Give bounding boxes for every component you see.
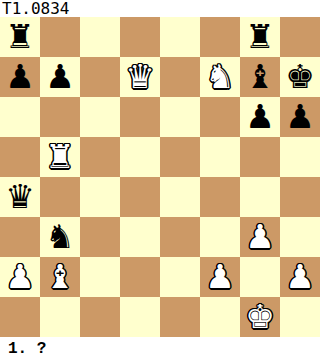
square-e4[interactable] bbox=[160, 177, 200, 217]
piece-white-pawn[interactable]: ♟ bbox=[285, 257, 315, 297]
square-e1[interactable] bbox=[160, 297, 200, 337]
square-b8[interactable] bbox=[40, 17, 80, 57]
chess-board: ♜♜♟♟♛♞♝♚♟♟♜♛♞♟♟♝♟♟♚ bbox=[0, 17, 320, 337]
piece-black-queen[interactable]: ♛ bbox=[5, 177, 35, 217]
piece-black-pawn[interactable]: ♟ bbox=[5, 57, 35, 97]
piece-black-pawn[interactable]: ♟ bbox=[245, 97, 275, 137]
piece-black-pawn[interactable]: ♟ bbox=[285, 97, 315, 137]
square-a6[interactable] bbox=[0, 97, 40, 137]
piece-black-bishop[interactable]: ♝ bbox=[245, 57, 275, 97]
puzzle-id-title: T1.0834 bbox=[0, 0, 320, 17]
square-g5[interactable] bbox=[240, 137, 280, 177]
piece-black-rook[interactable]: ♜ bbox=[245, 17, 275, 57]
square-a7[interactable]: ♟ bbox=[0, 57, 40, 97]
square-h1[interactable] bbox=[280, 297, 320, 337]
square-d8[interactable] bbox=[120, 17, 160, 57]
square-c2[interactable] bbox=[80, 257, 120, 297]
piece-white-queen[interactable]: ♛ bbox=[125, 57, 155, 97]
piece-black-pawn[interactable]: ♟ bbox=[45, 57, 75, 97]
piece-black-rook[interactable]: ♜ bbox=[5, 17, 35, 57]
square-c1[interactable] bbox=[80, 297, 120, 337]
square-g7[interactable]: ♝ bbox=[240, 57, 280, 97]
piece-white-pawn[interactable]: ♟ bbox=[205, 257, 235, 297]
square-d5[interactable] bbox=[120, 137, 160, 177]
piece-white-knight[interactable]: ♞ bbox=[205, 57, 235, 97]
square-h5[interactable] bbox=[280, 137, 320, 177]
piece-white-king[interactable]: ♚ bbox=[245, 297, 275, 337]
square-g2[interactable] bbox=[240, 257, 280, 297]
square-g1[interactable]: ♚ bbox=[240, 297, 280, 337]
piece-black-knight[interactable]: ♞ bbox=[45, 217, 75, 257]
square-b1[interactable] bbox=[40, 297, 80, 337]
square-b5[interactable]: ♜ bbox=[40, 137, 80, 177]
square-f1[interactable] bbox=[200, 297, 240, 337]
piece-white-rook[interactable]: ♜ bbox=[45, 137, 75, 177]
square-f7[interactable]: ♞ bbox=[200, 57, 240, 97]
square-a1[interactable] bbox=[0, 297, 40, 337]
square-h2[interactable]: ♟ bbox=[280, 257, 320, 297]
square-e3[interactable] bbox=[160, 217, 200, 257]
square-h4[interactable] bbox=[280, 177, 320, 217]
square-b7[interactable]: ♟ bbox=[40, 57, 80, 97]
square-g6[interactable]: ♟ bbox=[240, 97, 280, 137]
square-g4[interactable] bbox=[240, 177, 280, 217]
square-a4[interactable]: ♛ bbox=[0, 177, 40, 217]
square-d3[interactable] bbox=[120, 217, 160, 257]
square-b3[interactable]: ♞ bbox=[40, 217, 80, 257]
square-a8[interactable]: ♜ bbox=[0, 17, 40, 57]
square-b4[interactable] bbox=[40, 177, 80, 217]
square-f6[interactable] bbox=[200, 97, 240, 137]
square-e7[interactable] bbox=[160, 57, 200, 97]
square-g3[interactable]: ♟ bbox=[240, 217, 280, 257]
piece-white-bishop[interactable]: ♝ bbox=[45, 257, 75, 297]
square-d2[interactable] bbox=[120, 257, 160, 297]
square-a5[interactable] bbox=[0, 137, 40, 177]
square-c8[interactable] bbox=[80, 17, 120, 57]
square-e5[interactable] bbox=[160, 137, 200, 177]
square-c5[interactable] bbox=[80, 137, 120, 177]
square-e8[interactable] bbox=[160, 17, 200, 57]
square-d4[interactable] bbox=[120, 177, 160, 217]
piece-white-pawn[interactable]: ♟ bbox=[245, 217, 275, 257]
square-e2[interactable] bbox=[160, 257, 200, 297]
square-a3[interactable] bbox=[0, 217, 40, 257]
move-number-prompt: 1. ? bbox=[0, 337, 320, 360]
square-d6[interactable] bbox=[120, 97, 160, 137]
piece-black-king[interactable]: ♚ bbox=[285, 57, 315, 97]
square-c3[interactable] bbox=[80, 217, 120, 257]
square-h6[interactable]: ♟ bbox=[280, 97, 320, 137]
piece-white-pawn[interactable]: ♟ bbox=[5, 257, 35, 297]
square-f8[interactable] bbox=[200, 17, 240, 57]
square-d1[interactable] bbox=[120, 297, 160, 337]
square-e6[interactable] bbox=[160, 97, 200, 137]
square-f4[interactable] bbox=[200, 177, 240, 217]
square-c7[interactable] bbox=[80, 57, 120, 97]
square-h3[interactable] bbox=[280, 217, 320, 257]
square-b2[interactable]: ♝ bbox=[40, 257, 80, 297]
square-f3[interactable] bbox=[200, 217, 240, 257]
square-g8[interactable]: ♜ bbox=[240, 17, 280, 57]
square-b6[interactable] bbox=[40, 97, 80, 137]
square-d7[interactable]: ♛ bbox=[120, 57, 160, 97]
square-c4[interactable] bbox=[80, 177, 120, 217]
square-f2[interactable]: ♟ bbox=[200, 257, 240, 297]
square-c6[interactable] bbox=[80, 97, 120, 137]
square-a2[interactable]: ♟ bbox=[0, 257, 40, 297]
square-f5[interactable] bbox=[200, 137, 240, 177]
square-h8[interactable] bbox=[280, 17, 320, 57]
square-h7[interactable]: ♚ bbox=[280, 57, 320, 97]
